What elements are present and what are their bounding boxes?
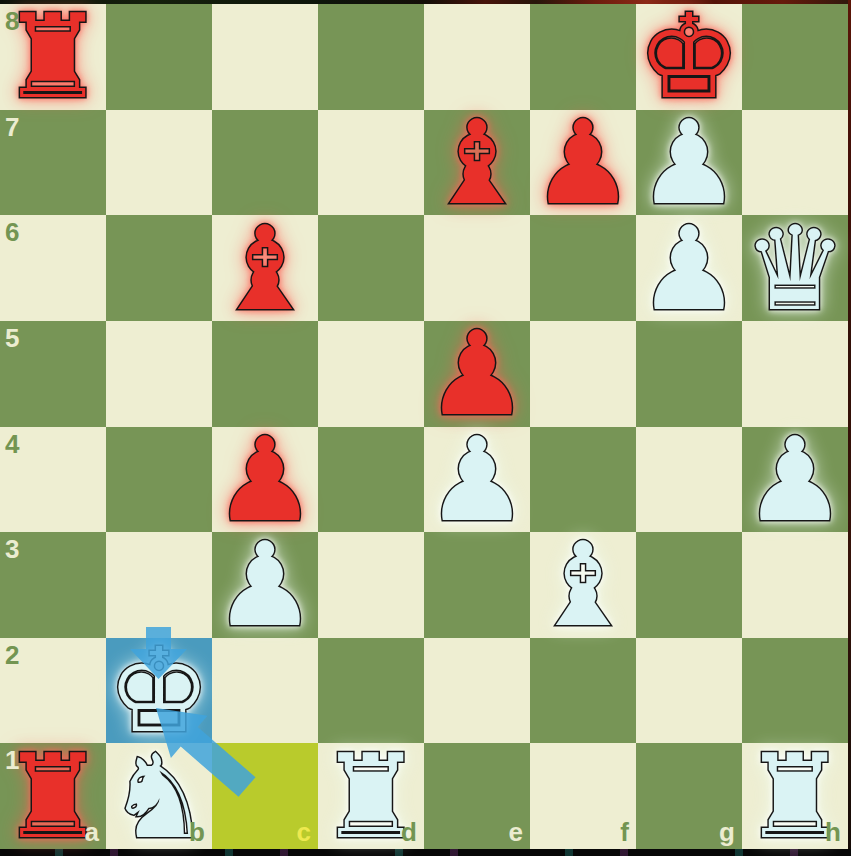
square-g3[interactable] [636, 532, 742, 638]
square-c4[interactable]: ♟ [212, 427, 318, 533]
square-e6[interactable] [424, 215, 530, 321]
square-h4[interactable]: ♟ [742, 427, 848, 533]
square-g5[interactable] [636, 321, 742, 427]
file-label-h: h [825, 817, 841, 848]
red-pawn-c4[interactable]: ♟ [212, 427, 318, 533]
square-g4[interactable] [636, 427, 742, 533]
square-d7[interactable] [318, 110, 424, 216]
rank-label-7: 7 [5, 112, 19, 143]
square-g2[interactable] [636, 638, 742, 744]
square-c2[interactable] [212, 638, 318, 744]
square-d2[interactable] [318, 638, 424, 744]
square-h8[interactable] [742, 4, 848, 110]
square-a3[interactable]: 3 [0, 532, 106, 638]
white-king-b2[interactable]: ♚ [106, 638, 212, 744]
square-g8[interactable]: ♚ [636, 4, 742, 110]
red-bishop-c6[interactable]: ♝ [212, 215, 318, 321]
square-d5[interactable] [318, 321, 424, 427]
square-e8[interactable] [424, 4, 530, 110]
square-d4[interactable] [318, 427, 424, 533]
square-f8[interactable] [530, 4, 636, 110]
rank-label-6: 6 [5, 217, 19, 248]
white-bishop-f3[interactable]: ♝ [530, 532, 636, 638]
file-label-c: c [297, 817, 311, 848]
square-e2[interactable] [424, 638, 530, 744]
square-b5[interactable] [106, 321, 212, 427]
red-pawn-f7[interactable]: ♟ [530, 110, 636, 216]
white-pawn-h4[interactable]: ♟ [742, 427, 848, 533]
square-b6[interactable] [106, 215, 212, 321]
white-pawn-g6[interactable]: ♟ [636, 215, 742, 321]
square-d1[interactable]: d♜ [318, 743, 424, 849]
file-label-g: g [719, 817, 735, 848]
red-bishop-e7[interactable]: ♝ [424, 110, 530, 216]
square-e1[interactable]: e [424, 743, 530, 849]
white-queen-h6[interactable]: ♛ [742, 215, 848, 321]
square-c7[interactable] [212, 110, 318, 216]
square-f3[interactable]: ♝ [530, 532, 636, 638]
square-f2[interactable] [530, 638, 636, 744]
square-b7[interactable] [106, 110, 212, 216]
square-h3[interactable] [742, 532, 848, 638]
rank-label-4: 4 [5, 429, 19, 460]
square-h6[interactable]: ♛ [742, 215, 848, 321]
rank-label-5: 5 [5, 323, 19, 354]
file-label-d: d [401, 817, 417, 848]
square-b3[interactable] [106, 532, 212, 638]
square-a1[interactable]: 1a♜ [0, 743, 106, 849]
square-e5[interactable]: ♟ [424, 321, 530, 427]
square-a6[interactable]: 6 [0, 215, 106, 321]
red-king-g8[interactable]: ♚ [636, 4, 742, 110]
square-a8[interactable]: 8♜ [0, 4, 106, 110]
white-pawn-e4[interactable]: ♟ [424, 427, 530, 533]
file-label-b: b [189, 817, 205, 848]
square-e4[interactable]: ♟ [424, 427, 530, 533]
square-h7[interactable] [742, 110, 848, 216]
square-e7[interactable]: ♝ [424, 110, 530, 216]
square-g7[interactable]: ♟ [636, 110, 742, 216]
square-b8[interactable] [106, 4, 212, 110]
file-label-a: a [85, 817, 99, 848]
square-a2[interactable]: 2 [0, 638, 106, 744]
square-a5[interactable]: 5 [0, 321, 106, 427]
red-pawn-e5[interactable]: ♟ [424, 321, 530, 427]
square-c6[interactable]: ♝ [212, 215, 318, 321]
square-b1[interactable]: b♞ [106, 743, 212, 849]
square-d8[interactable] [318, 4, 424, 110]
chess-board-screenshot: 8♜♚7♝♟♟6♝♟♛5♟4♟♟♟3♟♝2♚1a♜b♞cd♜efgh♜ [0, 0, 851, 856]
square-c5[interactable] [212, 321, 318, 427]
square-f5[interactable] [530, 321, 636, 427]
rank-label-1: 1 [5, 745, 19, 776]
rank-label-8: 8 [5, 6, 19, 37]
square-g1[interactable]: g [636, 743, 742, 849]
square-c8[interactable] [212, 4, 318, 110]
file-label-e: e [509, 817, 523, 848]
rank-label-2: 2 [5, 640, 19, 671]
square-d6[interactable] [318, 215, 424, 321]
square-f7[interactable]: ♟ [530, 110, 636, 216]
white-pawn-g7[interactable]: ♟ [636, 110, 742, 216]
square-h1[interactable]: h♜ [742, 743, 848, 849]
square-e3[interactable] [424, 532, 530, 638]
square-c3[interactable]: ♟ [212, 532, 318, 638]
square-f6[interactable] [530, 215, 636, 321]
square-a7[interactable]: 7 [0, 110, 106, 216]
square-d3[interactable] [318, 532, 424, 638]
chess-board[interactable]: 8♜♚7♝♟♟6♝♟♛5♟4♟♟♟3♟♝2♚1a♜b♞cd♜efgh♜ [0, 4, 848, 849]
square-c1[interactable]: c [212, 743, 318, 849]
square-b4[interactable] [106, 427, 212, 533]
square-f1[interactable]: f [530, 743, 636, 849]
white-pawn-c3[interactable]: ♟ [212, 532, 318, 638]
rank-label-3: 3 [5, 534, 19, 565]
square-h2[interactable] [742, 638, 848, 744]
square-a4[interactable]: 4 [0, 427, 106, 533]
square-b2[interactable]: ♚ [106, 638, 212, 744]
square-h5[interactable] [742, 321, 848, 427]
square-f4[interactable] [530, 427, 636, 533]
square-g6[interactable]: ♟ [636, 215, 742, 321]
file-label-f: f [620, 817, 629, 848]
